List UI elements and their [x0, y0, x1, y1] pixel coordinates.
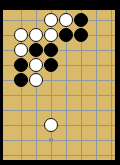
- white-stone: [44, 118, 58, 132]
- white-stone: [44, 28, 58, 42]
- white-stone: [44, 13, 58, 27]
- grid-line: [3, 140, 115, 141]
- star-point: [49, 138, 53, 142]
- grid-line: [96, 10, 97, 160]
- black-stone: [44, 43, 58, 57]
- grid-line: [3, 110, 115, 111]
- black-stone: [29, 43, 43, 57]
- white-stone: [29, 73, 43, 87]
- black-stone: [14, 58, 28, 72]
- white-stone: [14, 28, 28, 42]
- white-stone: [14, 43, 28, 57]
- black-stone: [74, 13, 88, 27]
- white-stone: [59, 13, 73, 27]
- grid-line: [111, 10, 112, 160]
- go-board[interactable]: [3, 10, 115, 160]
- app-background: [0, 0, 120, 165]
- black-stone: [74, 28, 88, 42]
- white-stone: [29, 58, 43, 72]
- white-stone: [29, 28, 43, 42]
- grid-line: [3, 155, 115, 156]
- black-stone: [14, 73, 28, 87]
- grid-line: [3, 95, 115, 96]
- grid-line: [3, 125, 115, 126]
- black-stone: [44, 58, 58, 72]
- black-stone: [59, 28, 73, 42]
